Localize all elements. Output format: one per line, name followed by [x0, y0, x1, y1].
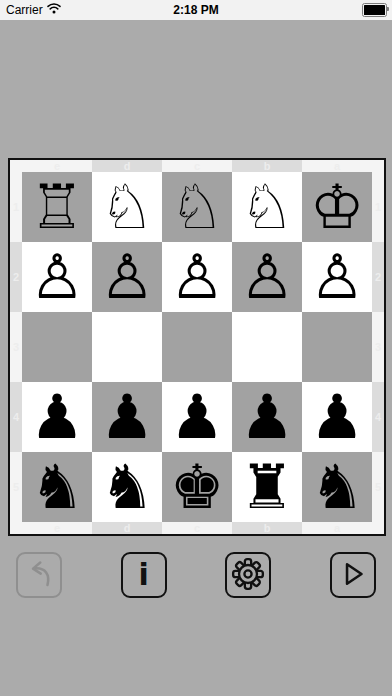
rank-label-right-5: 5 — [372, 452, 384, 522]
white-pawn-piece[interactable]: ♙ — [30, 242, 85, 312]
square-c4[interactable]: ♟ — [162, 382, 232, 452]
black-knight-piece[interactable]: ♞ — [100, 452, 155, 522]
board-corner — [372, 522, 384, 534]
clock: 2:18 PM — [0, 3, 392, 17]
square-e4[interactable]: ♟ — [22, 382, 92, 452]
rank-label-left-5: 5 — [10, 452, 22, 522]
square-b4[interactable]: ♟ — [232, 382, 302, 452]
square-b3[interactable] — [232, 312, 302, 382]
square-d5[interactable]: ♞ — [92, 452, 162, 522]
white-pawn-piece[interactable]: ♙ — [170, 242, 225, 312]
white-knight-piece[interactable]: ♘ — [240, 172, 295, 242]
rank-label-left-1: 1 — [10, 172, 22, 242]
black-pawn-piece[interactable]: ♟ — [30, 382, 85, 452]
gear-icon — [230, 556, 266, 595]
black-knight-piece[interactable]: ♞ — [30, 452, 85, 522]
status-bar: Carrier 2:18 PM — [0, 0, 392, 20]
square-a1[interactable]: ♔ — [302, 172, 372, 242]
rank-label-left-4: 4 — [10, 382, 22, 452]
chess-board: edcba1♖♘♘♘♔12♙♙♙♙♙2334♟♟♟♟♟45♞♞♚♜♞5edcba — [8, 158, 386, 536]
square-d3[interactable] — [92, 312, 162, 382]
board-corner — [10, 160, 22, 172]
square-a4[interactable]: ♟ — [302, 382, 372, 452]
square-d2[interactable]: ♙ — [92, 242, 162, 312]
white-knight-piece[interactable]: ♘ — [170, 172, 225, 242]
black-pawn-piece[interactable]: ♟ — [310, 382, 365, 452]
black-pawn-piece[interactable]: ♟ — [170, 382, 225, 452]
square-e2[interactable]: ♙ — [22, 242, 92, 312]
square-e1[interactable]: ♖ — [22, 172, 92, 242]
info-button[interactable]: i — [121, 552, 167, 598]
white-pawn-piece[interactable]: ♙ — [100, 242, 155, 312]
square-d1[interactable]: ♘ — [92, 172, 162, 242]
battery-icon — [362, 3, 387, 17]
square-c2[interactable]: ♙ — [162, 242, 232, 312]
black-pawn-piece[interactable]: ♟ — [240, 382, 295, 452]
square-a5[interactable]: ♞ — [302, 452, 372, 522]
rank-label-left-2: 2 — [10, 242, 22, 312]
rank-label-right-4: 4 — [372, 382, 384, 452]
square-c5[interactable]: ♚ — [162, 452, 232, 522]
white-king-piece[interactable]: ♔ — [310, 172, 365, 242]
square-b2[interactable]: ♙ — [232, 242, 302, 312]
square-b5[interactable]: ♜ — [232, 452, 302, 522]
play-button[interactable] — [330, 552, 376, 598]
rank-label-right-3: 3 — [372, 312, 384, 382]
file-label-bottom-b: b — [232, 522, 302, 534]
board-corner — [372, 160, 384, 172]
black-king-piece[interactable]: ♚ — [170, 452, 225, 522]
white-pawn-piece[interactable]: ♙ — [310, 242, 365, 312]
board-corner — [10, 522, 22, 534]
square-c3[interactable] — [162, 312, 232, 382]
play-icon — [336, 557, 370, 594]
rank-label-left-3: 3 — [10, 312, 22, 382]
white-rook-piece[interactable]: ♖ — [30, 172, 85, 242]
info-icon: i — [139, 560, 149, 590]
square-b1[interactable]: ♘ — [232, 172, 302, 242]
file-label-bottom-e: e — [22, 522, 92, 534]
file-label-bottom-a: a — [302, 522, 372, 534]
black-knight-piece[interactable]: ♞ — [310, 452, 365, 522]
undo-arrow-icon — [22, 557, 56, 594]
rank-label-right-2: 2 — [372, 242, 384, 312]
settings-button[interactable] — [225, 552, 271, 598]
square-e5[interactable]: ♞ — [22, 452, 92, 522]
black-pawn-piece[interactable]: ♟ — [100, 382, 155, 452]
square-a3[interactable] — [302, 312, 372, 382]
white-pawn-piece[interactable]: ♙ — [240, 242, 295, 312]
file-label-bottom-c: c — [162, 522, 232, 534]
square-e3[interactable] — [22, 312, 92, 382]
rank-label-right-1: 1 — [372, 172, 384, 242]
toolbar: i — [16, 552, 376, 598]
black-rook-piece[interactable]: ♜ — [240, 452, 295, 522]
square-c1[interactable]: ♘ — [162, 172, 232, 242]
file-label-bottom-d: d — [92, 522, 162, 534]
undo-button[interactable] — [16, 552, 62, 598]
white-knight-piece[interactable]: ♘ — [100, 172, 155, 242]
square-d4[interactable]: ♟ — [92, 382, 162, 452]
square-a2[interactable]: ♙ — [302, 242, 372, 312]
